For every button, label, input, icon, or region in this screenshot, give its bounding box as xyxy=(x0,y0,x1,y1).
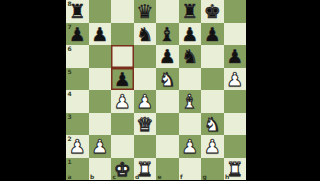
black-pawn-icon[interactable]: ♟ xyxy=(224,45,247,68)
square-a1[interactable]: 1a xyxy=(66,158,89,181)
square-f1[interactable]: f xyxy=(179,158,202,181)
square-g5[interactable] xyxy=(201,68,224,91)
square-e5[interactable]: ♞ xyxy=(156,68,179,91)
square-c4[interactable]: ♟ xyxy=(111,90,134,113)
square-d4[interactable]: ♟ xyxy=(134,90,157,113)
white-pawn-icon[interactable]: ♟ xyxy=(66,135,89,158)
black-knight-icon[interactable]: ♞ xyxy=(179,45,202,68)
chess-board[interactable]: 8♜♛♜♚7♟♟♞♝♟♟6♟♞♟5♟♞♟4♟♟♝3♛♞2♟♟♟♟1abc♚d♜e… xyxy=(66,0,246,180)
square-b6[interactable] xyxy=(89,45,112,68)
square-a2[interactable]: 2♟ xyxy=(66,135,89,158)
black-pawn-icon[interactable]: ♟ xyxy=(201,23,224,46)
square-d3[interactable]: ♛ xyxy=(134,113,157,136)
square-g4[interactable] xyxy=(201,90,224,113)
black-rook-icon[interactable]: ♜ xyxy=(66,0,89,23)
white-knight-icon[interactable]: ♞ xyxy=(156,68,179,91)
rank-label-3: 3 xyxy=(68,114,72,120)
square-d7[interactable]: ♞ xyxy=(134,23,157,46)
square-e8[interactable] xyxy=(156,0,179,23)
file-label-a: a xyxy=(68,174,72,180)
square-d1[interactable]: d♜ xyxy=(134,158,157,181)
square-h3[interactable] xyxy=(224,113,247,136)
white-knight-icon[interactable]: ♞ xyxy=(201,113,224,136)
square-g3[interactable]: ♞ xyxy=(201,113,224,136)
black-pawn-icon[interactable]: ♟ xyxy=(156,45,179,68)
square-f8[interactable]: ♜ xyxy=(179,0,202,23)
square-b5[interactable] xyxy=(89,68,112,91)
square-a7[interactable]: 7♟ xyxy=(66,23,89,46)
square-a5[interactable]: 5 xyxy=(66,68,89,91)
white-rook-icon[interactable]: ♜ xyxy=(224,158,247,181)
square-e7[interactable]: ♝ xyxy=(156,23,179,46)
square-h6[interactable]: ♟ xyxy=(224,45,247,68)
square-b7[interactable]: ♟ xyxy=(89,23,112,46)
white-bishop-icon[interactable]: ♝ xyxy=(179,90,202,113)
square-f3[interactable] xyxy=(179,113,202,136)
black-rook-icon[interactable]: ♜ xyxy=(179,0,202,23)
square-b4[interactable] xyxy=(89,90,112,113)
letterboxed-background: 8♜♛♜♚7♟♟♞♝♟♟6♟♞♟5♟♞♟4♟♟♝3♛♞2♟♟♟♟1abc♚d♜e… xyxy=(0,0,320,180)
square-c3[interactable] xyxy=(111,113,134,136)
square-h1[interactable]: h♜ xyxy=(224,158,247,181)
square-d8[interactable]: ♛ xyxy=(134,0,157,23)
square-d5[interactable] xyxy=(134,68,157,91)
white-queen-icon[interactable]: ♛ xyxy=(134,113,157,136)
square-f5[interactable] xyxy=(179,68,202,91)
rank-label-5: 5 xyxy=(68,69,72,75)
rank-label-6: 6 xyxy=(68,46,72,52)
square-a4[interactable]: 4 xyxy=(66,90,89,113)
file-label-b: b xyxy=(90,174,94,180)
square-b1[interactable]: b xyxy=(89,158,112,181)
black-pawn-icon[interactable]: ♟ xyxy=(179,23,202,46)
square-a8[interactable]: 8♜ xyxy=(66,0,89,23)
black-knight-icon[interactable]: ♞ xyxy=(134,23,157,46)
square-c2[interactable] xyxy=(111,135,134,158)
rank-label-1: 1 xyxy=(68,159,72,165)
black-king-icon[interactable]: ♚ xyxy=(201,0,224,23)
square-b2[interactable]: ♟ xyxy=(89,135,112,158)
square-h7[interactable] xyxy=(224,23,247,46)
white-pawn-icon[interactable]: ♟ xyxy=(224,68,247,91)
white-king-icon[interactable]: ♚ xyxy=(111,158,134,181)
white-pawn-icon[interactable]: ♟ xyxy=(111,90,134,113)
square-e4[interactable] xyxy=(156,90,179,113)
rank-label-4: 4 xyxy=(68,91,72,97)
square-g8[interactable]: ♚ xyxy=(201,0,224,23)
square-g1[interactable]: g xyxy=(201,158,224,181)
square-a6[interactable]: 6 xyxy=(66,45,89,68)
file-label-f: f xyxy=(180,174,183,180)
square-c8[interactable] xyxy=(111,0,134,23)
square-e3[interactable] xyxy=(156,113,179,136)
white-pawn-icon[interactable]: ♟ xyxy=(201,135,224,158)
white-pawn-icon[interactable]: ♟ xyxy=(179,135,202,158)
square-e1[interactable]: e xyxy=(156,158,179,181)
square-f6[interactable]: ♞ xyxy=(179,45,202,68)
square-b8[interactable] xyxy=(89,0,112,23)
square-f4[interactable]: ♝ xyxy=(179,90,202,113)
square-e6[interactable]: ♟ xyxy=(156,45,179,68)
square-h5[interactable]: ♟ xyxy=(224,68,247,91)
black-queen-icon[interactable]: ♛ xyxy=(134,0,157,23)
file-label-g: g xyxy=(203,174,207,180)
square-h8[interactable] xyxy=(224,0,247,23)
square-d2[interactable] xyxy=(134,135,157,158)
square-d6[interactable] xyxy=(134,45,157,68)
file-label-e: e xyxy=(158,174,162,180)
square-h2[interactable] xyxy=(224,135,247,158)
square-a3[interactable]: 3 xyxy=(66,113,89,136)
white-pawn-icon[interactable]: ♟ xyxy=(134,90,157,113)
square-g6[interactable] xyxy=(201,45,224,68)
black-bishop-icon[interactable]: ♝ xyxy=(156,23,179,46)
square-c6[interactable] xyxy=(111,45,134,68)
square-f2[interactable]: ♟ xyxy=(179,135,202,158)
black-pawn-icon[interactable]: ♟ xyxy=(66,23,89,46)
square-f7[interactable]: ♟ xyxy=(179,23,202,46)
square-g7[interactable]: ♟ xyxy=(201,23,224,46)
white-rook-icon[interactable]: ♜ xyxy=(134,158,157,181)
black-pawn-icon[interactable]: ♟ xyxy=(89,23,112,46)
square-c1[interactable]: c♚ xyxy=(111,158,134,181)
white-pawn-icon[interactable]: ♟ xyxy=(89,135,112,158)
square-c7[interactable] xyxy=(111,23,134,46)
square-g2[interactable]: ♟ xyxy=(201,135,224,158)
square-b3[interactable] xyxy=(89,113,112,136)
square-e2[interactable] xyxy=(156,135,179,158)
black-pawn-icon[interactable]: ♟ xyxy=(111,68,134,91)
square-h4[interactable] xyxy=(224,90,247,113)
square-c5[interactable]: ♟ xyxy=(111,68,134,91)
